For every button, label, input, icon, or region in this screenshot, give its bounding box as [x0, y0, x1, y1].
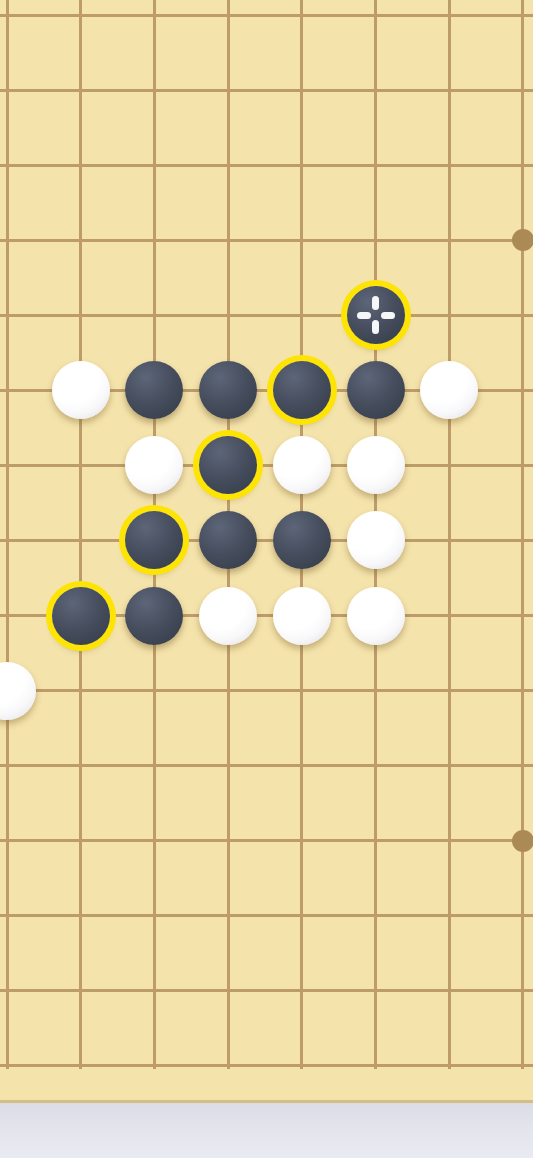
white-stone [199, 587, 257, 645]
grid-line-vertical [521, 0, 524, 1069]
black-stone-winning [199, 436, 257, 494]
black-stone-winning [347, 286, 405, 344]
white-stone [420, 361, 478, 419]
gomoku-board[interactable] [0, 0, 533, 1103]
white-stone [347, 587, 405, 645]
last-move-marker [347, 286, 405, 344]
black-stone [125, 361, 183, 419]
star-point [512, 229, 533, 251]
white-stone [273, 436, 331, 494]
black-stone [199, 361, 257, 419]
star-point [512, 830, 533, 852]
black-stone-winning [52, 587, 110, 645]
grid-line-vertical [6, 0, 9, 1069]
grid-line-horizontal [0, 914, 533, 917]
grid-line-horizontal [0, 989, 533, 992]
white-stone [0, 662, 36, 720]
grid-line-horizontal [0, 14, 533, 17]
black-stone-winning [273, 361, 331, 419]
grid-line-horizontal [0, 464, 533, 467]
black-stone [199, 511, 257, 569]
white-stone [52, 361, 110, 419]
black-stone-winning [125, 511, 183, 569]
black-stone [273, 511, 331, 569]
last-move-marker-arm [381, 312, 395, 319]
last-move-marker-arm [357, 312, 371, 319]
white-stone [347, 511, 405, 569]
grid-line-horizontal [0, 89, 533, 92]
black-stone [347, 361, 405, 419]
grid-line-horizontal [0, 239, 533, 242]
grid-line-horizontal [0, 764, 533, 767]
black-stone [125, 587, 183, 645]
grid-line-horizontal [0, 1064, 533, 1067]
app-background-strip [0, 1103, 533, 1158]
last-move-marker-arm [372, 320, 379, 334]
app-screen [0, 0, 533, 1158]
white-stone [347, 436, 405, 494]
grid-line-horizontal [0, 839, 533, 842]
grid-line-vertical [448, 0, 451, 1069]
grid-line-horizontal [0, 539, 533, 542]
last-move-marker-arm [372, 296, 379, 310]
grid-line-vertical [79, 0, 82, 1069]
grid-line-horizontal [0, 164, 533, 167]
grid-line-horizontal [0, 689, 533, 692]
white-stone [273, 587, 331, 645]
grid-line-horizontal [0, 314, 533, 317]
white-stone [125, 436, 183, 494]
